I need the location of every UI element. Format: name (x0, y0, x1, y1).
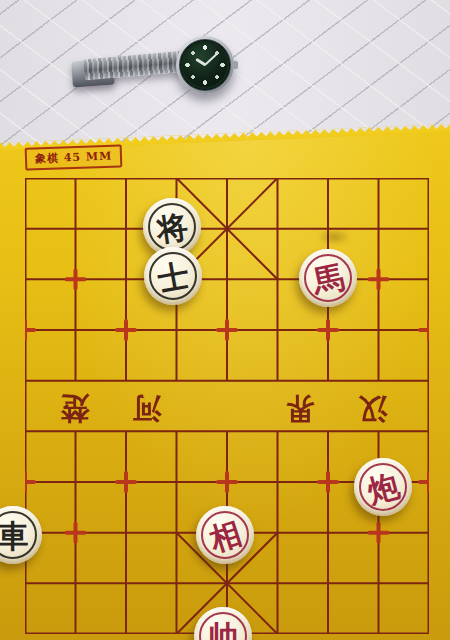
river-char-jie: 界 (282, 392, 318, 426)
piece-black-advisor[interactable]: 士 (144, 247, 202, 305)
river-char-han: 汉 (355, 392, 391, 426)
wristwatch (176, 36, 234, 94)
watch-minute-hand (204, 53, 217, 65)
piece-red-cannon[interactable]: 炮 (354, 458, 412, 516)
watch-crown (233, 61, 238, 69)
shadow-smudge (311, 226, 357, 248)
piece-red-elephant[interactable]: 相 (196, 506, 254, 564)
river-char-chu: 楚 (57, 392, 93, 426)
river-char-he: 河 (129, 392, 165, 426)
watch-dial (183, 43, 227, 87)
mat-size-label: 象棋 45 MM (25, 144, 123, 170)
piece-red-horse[interactable]: 馬 (299, 249, 357, 307)
